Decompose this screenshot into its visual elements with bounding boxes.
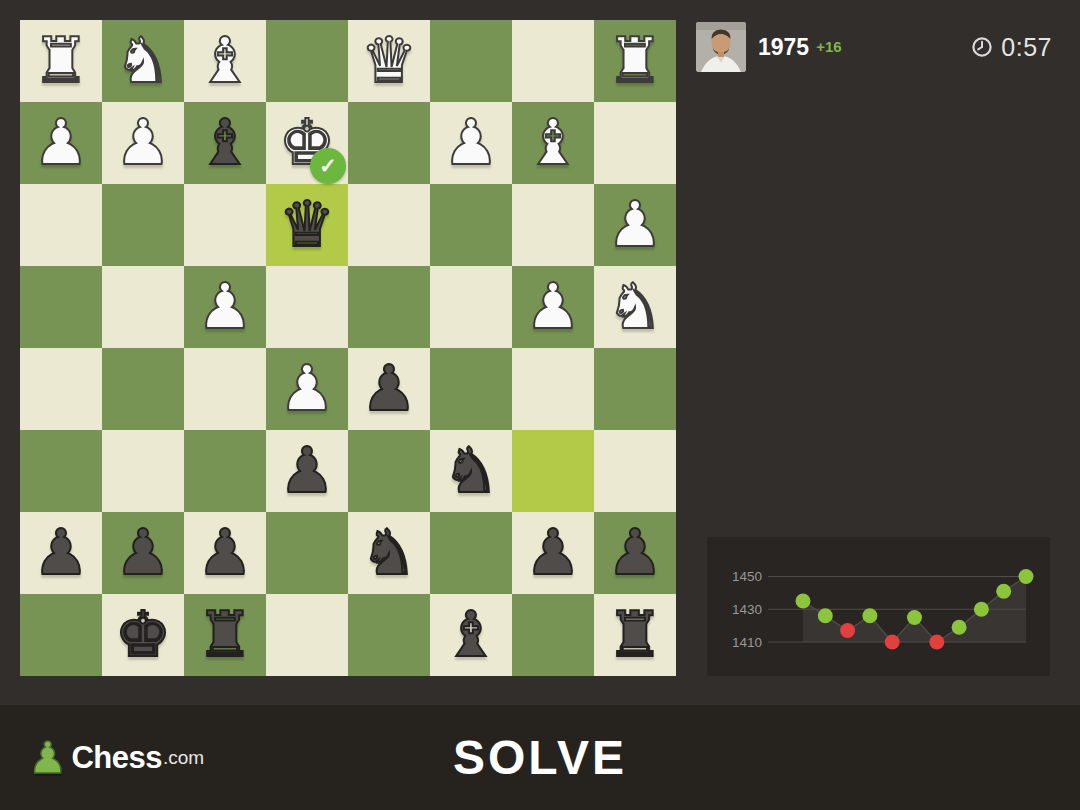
timer-value: 0:57: [1001, 33, 1052, 62]
svg-text:1430: 1430: [732, 602, 762, 617]
square-b4[interactable]: ♟: [512, 266, 594, 348]
piece-white-pawn: ♟: [279, 348, 335, 430]
square-b1[interactable]: [512, 20, 594, 102]
piece-black-rook: ♜: [197, 594, 253, 676]
square-d7[interactable]: ♞: [348, 512, 430, 594]
square-c8[interactable]: ♝: [430, 594, 512, 676]
square-g5[interactable]: [102, 348, 184, 430]
piece-white-pawn: ♟: [443, 102, 499, 184]
puzzle-rating: 1975: [758, 34, 809, 61]
piece-black-pawn: ♟: [197, 512, 253, 594]
square-d3[interactable]: [348, 184, 430, 266]
square-a7[interactable]: ♟: [594, 512, 676, 594]
square-c3[interactable]: [430, 184, 512, 266]
footer-bar: ♟ Chess .com SOLVE: [0, 705, 1080, 810]
square-e1[interactable]: [266, 20, 348, 102]
piece-white-queen: ♛: [361, 20, 417, 102]
piece-black-pawn: ♟: [115, 512, 171, 594]
piece-black-knight: ♞: [361, 512, 417, 594]
square-b3[interactable]: [512, 184, 594, 266]
player-strip: 1975 +16: [696, 22, 842, 72]
chess-board[interactable]: ♜♞♝♛♜♟♟♝♚♟♝♛♟♟♟♞♟♟♟♞♟♟♟♞♟♟♚♜♝♜: [20, 20, 676, 676]
piece-white-pawn: ♟: [525, 266, 581, 348]
square-d4[interactable]: [348, 266, 430, 348]
square-b5[interactable]: [512, 348, 594, 430]
piece-white-bishop: ♝: [197, 20, 253, 102]
square-f3[interactable]: [184, 184, 266, 266]
piece-black-pawn: ♟: [33, 512, 89, 594]
square-f1[interactable]: ♝: [184, 20, 266, 102]
square-b6[interactable]: [512, 430, 594, 512]
piece-black-pawn: ♟: [279, 430, 335, 512]
piece-white-pawn: ♟: [115, 102, 171, 184]
piece-black-pawn: ♟: [525, 512, 581, 594]
square-g7[interactable]: ♟: [102, 512, 184, 594]
square-e6[interactable]: ♟: [266, 430, 348, 512]
puzzle-app: ♜♞♝♛♜♟♟♝♚♟♝♛♟♟♟♞♟♟♟♞♟♟♟♞♟♟♚♜♝♜ ✓ 1975 +1…: [0, 0, 1080, 810]
square-g3[interactable]: [102, 184, 184, 266]
timer: 0:57: [971, 22, 1052, 72]
avatar: [696, 22, 746, 72]
piece-black-pawn: ♟: [607, 512, 663, 594]
square-b7[interactable]: ♟: [512, 512, 594, 594]
svg-text:1450: 1450: [732, 569, 762, 584]
square-a2[interactable]: [594, 102, 676, 184]
rating-change: +16: [816, 38, 841, 55]
square-h5[interactable]: [20, 348, 102, 430]
piece-white-pawn: ♟: [197, 266, 253, 348]
piece-black-king: ♚: [115, 594, 171, 676]
square-h7[interactable]: ♟: [20, 512, 102, 594]
square-a6[interactable]: [594, 430, 676, 512]
square-a5[interactable]: [594, 348, 676, 430]
square-g4[interactable]: [102, 266, 184, 348]
square-c6[interactable]: ♞: [430, 430, 512, 512]
clock-icon: [971, 36, 993, 58]
square-a1[interactable]: ♜: [594, 20, 676, 102]
square-h2[interactable]: ♟: [20, 102, 102, 184]
piece-black-bishop: ♝: [443, 594, 499, 676]
piece-white-knight: ♞: [115, 20, 171, 102]
piece-black-queen: ♛: [279, 184, 335, 266]
piece-white-knight: ♞: [607, 266, 663, 348]
rating-chart-plot: 145014301410: [707, 537, 1050, 676]
correct-move-badge: ✓: [310, 148, 346, 184]
square-e5[interactable]: ♟: [266, 348, 348, 430]
square-h3[interactable]: [20, 184, 102, 266]
piece-white-rook: ♜: [33, 20, 89, 102]
square-f8[interactable]: ♜: [184, 594, 266, 676]
square-b2[interactable]: ♝: [512, 102, 594, 184]
square-f4[interactable]: ♟: [184, 266, 266, 348]
square-g8[interactable]: ♚: [102, 594, 184, 676]
piece-black-pawn: ♟: [361, 348, 417, 430]
square-d8[interactable]: [348, 594, 430, 676]
svg-text:1410: 1410: [732, 635, 762, 650]
square-h8[interactable]: [20, 594, 102, 676]
square-g2[interactable]: ♟: [102, 102, 184, 184]
piece-white-pawn: ♟: [33, 102, 89, 184]
square-d5[interactable]: ♟: [348, 348, 430, 430]
square-g1[interactable]: ♞: [102, 20, 184, 102]
piece-white-pawn: ♟: [607, 184, 663, 266]
piece-black-knight: ♞: [443, 430, 499, 512]
square-d1[interactable]: ♛: [348, 20, 430, 102]
square-h6[interactable]: [20, 430, 102, 512]
square-h1[interactable]: ♜: [20, 20, 102, 102]
square-d6[interactable]: [348, 430, 430, 512]
square-f7[interactable]: ♟: [184, 512, 266, 594]
square-c4[interactable]: [430, 266, 512, 348]
square-c1[interactable]: [430, 20, 512, 102]
square-c2[interactable]: ♟: [430, 102, 512, 184]
square-e7[interactable]: [266, 512, 348, 594]
piece-black-rook: ♜: [607, 594, 663, 676]
square-c5[interactable]: [430, 348, 512, 430]
square-e3[interactable]: ♛: [266, 184, 348, 266]
piece-white-rook: ♜: [607, 20, 663, 102]
square-d2[interactable]: [348, 102, 430, 184]
square-f5[interactable]: [184, 348, 266, 430]
square-c7[interactable]: [430, 512, 512, 594]
piece-white-bishop: ♝: [525, 102, 581, 184]
square-e8[interactable]: [266, 594, 348, 676]
square-f2[interactable]: ♝: [184, 102, 266, 184]
piece-black-bishop: ♝: [197, 102, 253, 184]
rating-chart: 145014301410: [707, 537, 1050, 676]
solve-label[interactable]: SOLVE: [0, 705, 1080, 810]
check-icon: ✓: [319, 154, 337, 178]
square-h4[interactable]: [20, 266, 102, 348]
square-b8[interactable]: [512, 594, 594, 676]
square-g6[interactable]: [102, 430, 184, 512]
square-a3[interactable]: ♟: [594, 184, 676, 266]
square-e4[interactable]: [266, 266, 348, 348]
square-a4[interactable]: ♞: [594, 266, 676, 348]
square-f6[interactable]: [184, 430, 266, 512]
square-a8[interactable]: ♜: [594, 594, 676, 676]
